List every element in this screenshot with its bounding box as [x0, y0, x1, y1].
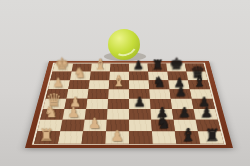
white-pawn[interactable]: ♟ [52, 77, 63, 90]
square-c5r3[interactable] [129, 80, 149, 89]
square-c3r4[interactable] [87, 89, 108, 99]
chess-board-wrap: ♚♝♟♜♚♞♛♟♝♞♟♝♟♛♟♟♟♞♟♟♟♟♟♞♜♟♝♜ [25, 61, 233, 148]
square-c4r4[interactable] [108, 89, 129, 99]
square-c4r5[interactable] [107, 99, 129, 109]
square-c3r3[interactable] [88, 80, 109, 89]
black-pawn[interactable]: ♟ [200, 106, 212, 120]
white-pawn[interactable]: ♟ [110, 129, 123, 144]
square-c4r6[interactable] [107, 109, 129, 120]
square-c2r8[interactable] [58, 131, 83, 143]
black-knight[interactable]: ♞ [153, 75, 166, 89]
square-c4r3[interactable]: ♝ [109, 80, 129, 89]
tennis-ball [108, 29, 140, 60]
square-c2r6[interactable]: ♟ [62, 109, 86, 120]
white-knight[interactable]: ♞ [74, 66, 87, 80]
square-c6r4[interactable] [149, 89, 170, 99]
white-pawn[interactable]: ♟ [67, 106, 79, 120]
black-bishop[interactable]: ♝ [180, 126, 196, 144]
square-c5r7[interactable] [129, 120, 152, 132]
square-c8r3[interactable]: ♝ [188, 80, 210, 89]
square-c1r3[interactable]: ♟ [48, 80, 70, 89]
square-c2r3[interactable] [68, 80, 89, 89]
square-c6r1[interactable]: ♜ [148, 64, 168, 72]
photo-background: ♚♝♟♜♚♞♛♟♝♞♟♝♟♛♟♟♟♞♟♟♟♟♟♞♜♟♝♜ [0, 0, 250, 166]
square-c2r7[interactable] [60, 120, 84, 132]
square-c1r6[interactable]: ♞ [40, 109, 64, 120]
square-c7r8[interactable]: ♝ [175, 131, 200, 143]
board-grid: ♚♝♟♜♚♞♛♟♝♞♟♝♟♛♟♟♟♞♟♟♟♟♟♞♜♟♝♜ [32, 63, 226, 145]
black-pawn[interactable]: ♟ [134, 96, 146, 109]
white-rook[interactable]: ♜ [38, 127, 53, 144]
black-rook[interactable]: ♜ [152, 58, 164, 72]
square-c5r2[interactable] [129, 72, 149, 81]
white-pawn[interactable]: ♟ [88, 117, 101, 131]
black-pawn[interactable]: ♟ [178, 106, 190, 120]
black-knight[interactable]: ♞ [156, 115, 171, 131]
white-knight[interactable]: ♞ [44, 104, 58, 120]
square-c5r6[interactable] [129, 109, 151, 120]
square-c3r7[interactable]: ♟ [83, 120, 107, 132]
square-c5r5[interactable]: ♟ [129, 99, 151, 109]
square-c1r1[interactable]: ♚ [52, 64, 73, 72]
square-c3r2[interactable] [90, 72, 110, 81]
square-c7r1[interactable]: ♚ [166, 64, 186, 72]
black-pawn[interactable]: ♟ [133, 60, 144, 72]
black-bishop[interactable]: ♝ [193, 74, 207, 89]
square-c3r5[interactable] [86, 99, 108, 109]
square-c7r4[interactable]: ♟ [170, 89, 192, 99]
square-c6r7[interactable]: ♞ [151, 120, 175, 132]
black-rook[interactable]: ♜ [205, 127, 220, 144]
board-frame: ♚♝♟♜♚♞♛♟♝♞♟♝♟♛♟♟♟♞♟♟♟♟♟♞♜♟♝♜ [25, 61, 233, 148]
white-king[interactable]: ♚ [55, 56, 69, 72]
square-c6r3[interactable]: ♞ [149, 80, 170, 89]
square-c8r6[interactable]: ♟ [194, 109, 218, 120]
square-c4r1[interactable] [110, 64, 129, 72]
square-c1r8[interactable]: ♜ [34, 131, 60, 143]
square-c3r8[interactable] [82, 131, 107, 143]
square-c5r1[interactable]: ♟ [129, 64, 148, 72]
square-c5r8[interactable] [129, 131, 153, 143]
square-c8r8[interactable]: ♜ [198, 131, 224, 143]
square-c7r6[interactable]: ♟ [172, 109, 196, 120]
square-c2r2[interactable]: ♞ [70, 72, 91, 81]
black-king[interactable]: ♚ [170, 56, 184, 72]
white-bishop[interactable]: ♝ [112, 74, 126, 89]
square-c4r8[interactable]: ♟ [105, 131, 129, 143]
square-c6r8[interactable] [152, 131, 177, 143]
black-pawn[interactable]: ♟ [175, 86, 187, 99]
square-c3r1[interactable]: ♝ [91, 64, 111, 72]
white-bishop[interactable]: ♝ [94, 57, 107, 71]
